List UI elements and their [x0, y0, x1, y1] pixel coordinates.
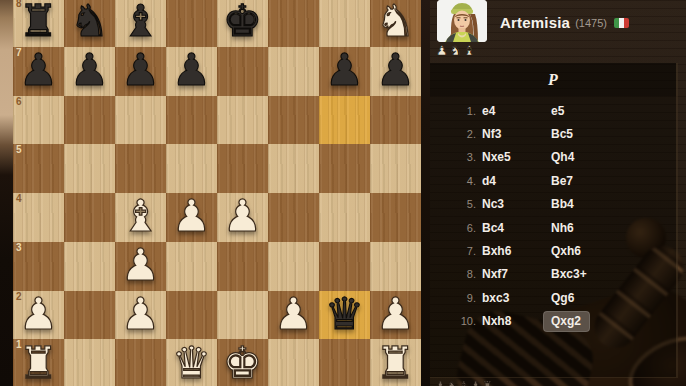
move-row-1: 1.e4e5: [430, 99, 676, 122]
white-move[interactable]: e4: [476, 104, 545, 118]
piece-black-knight[interactable]: ♞: [70, 0, 109, 43]
black-move[interactable]: Qxh6: [545, 244, 676, 258]
move-rows: 1.e4e52.Nf3Bc53.Nxe5Qh44.d4Be75.Nc3Bb46.…: [430, 96, 676, 333]
piece-black-queen[interactable]: ♛: [325, 292, 364, 336]
white-move[interactable]: Bxh6: [476, 244, 545, 258]
move-number: 2.: [430, 128, 476, 140]
piece-white-pawn[interactable]: ♟: [121, 243, 160, 287]
square-f2[interactable]: ♟: [268, 291, 319, 340]
piece-white-rook[interactable]: ♜: [19, 341, 58, 385]
square-f3[interactable]: [268, 242, 319, 291]
square-h4[interactable]: [370, 193, 421, 242]
square-a1[interactable]: 1♜: [13, 339, 64, 386]
square-e8[interactable]: ♚: [217, 0, 268, 47]
square-g5[interactable]: [319, 144, 370, 193]
move-number: 10.: [430, 315, 476, 327]
piece-black-pawn[interactable]: ♟: [172, 48, 211, 92]
square-a4[interactable]: 4: [13, 193, 64, 242]
opponent-captured-pieces-cutoff: ♟♞♝♟♜: [435, 379, 494, 386]
white-move[interactable]: Nf3: [476, 127, 545, 141]
square-h8[interactable]: ♞: [370, 0, 421, 47]
square-c8[interactable]: ♝: [115, 0, 166, 47]
white-move[interactable]: Nc3: [476, 197, 545, 211]
move-row-10: 10.Nxh8Qxg2: [430, 310, 676, 333]
move-number: 6.: [430, 222, 476, 234]
move-list-header: P: [430, 63, 676, 96]
square-a2[interactable]: 2♟: [13, 291, 64, 340]
piece-white-knight[interactable]: ♞: [376, 0, 415, 43]
square-d1[interactable]: ♛: [166, 339, 217, 386]
square-e5[interactable]: [217, 144, 268, 193]
square-e3[interactable]: [217, 242, 268, 291]
move-row-6: 6.Bc4Nh6: [430, 216, 676, 239]
move-number: 1.: [430, 105, 476, 117]
square-c2[interactable]: ♟: [115, 291, 166, 340]
player-rating: (1475): [575, 17, 607, 29]
piece-white-pawn[interactable]: ♟: [376, 292, 415, 336]
piece-white-pawn[interactable]: ♟: [223, 194, 262, 238]
rank-label-6: 6: [16, 97, 22, 107]
white-move[interactable]: Nxe5: [476, 150, 545, 164]
white-move[interactable]: Nxh8: [476, 314, 545, 328]
square-h2[interactable]: ♟: [370, 291, 421, 340]
white-move[interactable]: bxc3: [476, 291, 545, 305]
white-move[interactable]: Nxf7: [476, 267, 545, 281]
black-move[interactable]: Bb4: [545, 197, 676, 211]
square-g7[interactable]: ♟: [319, 47, 370, 96]
black-move[interactable]: Qh4: [545, 150, 676, 164]
move-row-3: 3.Nxe5Qh4: [430, 146, 676, 169]
square-f5[interactable]: [268, 144, 319, 193]
square-d8[interactable]: [166, 0, 217, 47]
square-g4[interactable]: [319, 193, 370, 242]
piece-white-pawn[interactable]: ♟: [274, 292, 313, 336]
piece-white-pawn[interactable]: ♟: [19, 292, 58, 336]
square-d2[interactable]: [166, 291, 217, 340]
square-g1[interactable]: [319, 339, 370, 386]
square-d4[interactable]: ♟: [166, 193, 217, 242]
square-a6[interactable]: 6: [13, 96, 64, 145]
piece-black-bishop[interactable]: ♝: [121, 0, 160, 43]
move-number: 8.: [430, 268, 476, 280]
move-number: 7.: [430, 245, 476, 257]
black-move[interactable]: Bc5: [545, 127, 676, 141]
square-b7[interactable]: ♟: [64, 47, 115, 96]
background-photo-gap: [421, 0, 430, 386]
white-move[interactable]: Bc4: [476, 221, 545, 235]
piece-header-icon: P: [548, 72, 558, 88]
square-b5[interactable]: [64, 144, 115, 193]
square-f4[interactable]: [268, 193, 319, 242]
square-h7[interactable]: ♟: [370, 47, 421, 96]
white-move[interactable]: d4: [476, 174, 545, 188]
square-c7[interactable]: ♟: [115, 47, 166, 96]
square-e2[interactable]: [217, 291, 268, 340]
square-b1[interactable]: [64, 339, 115, 386]
move-number: 5.: [430, 198, 476, 210]
piece-black-pawn[interactable]: ♟: [70, 48, 109, 92]
square-c3[interactable]: ♟: [115, 242, 166, 291]
piece-black-king[interactable]: ♚: [223, 0, 262, 43]
square-a5[interactable]: 5: [13, 144, 64, 193]
move-row-7: 7.Bxh6Qxh6: [430, 239, 676, 262]
piece-black-pawn[interactable]: ♟: [325, 48, 364, 92]
move-row-9: 9.bxc3Qg6: [430, 286, 676, 309]
square-e1[interactable]: ♚: [217, 339, 268, 386]
move-row-5: 5.Nc3Bb4: [430, 193, 676, 216]
square-b3[interactable]: [64, 242, 115, 291]
captured-pieces-tray: ♟♞♝: [436, 43, 477, 58]
piece-white-rook[interactable]: ♜: [376, 341, 415, 385]
square-f8[interactable]: [268, 0, 319, 47]
piece-black-pawn[interactable]: ♟: [376, 48, 415, 92]
square-c6[interactable]: [115, 96, 166, 145]
square-e6[interactable]: [217, 96, 268, 145]
black-move[interactable]: Qxg2: [545, 314, 676, 328]
square-b6[interactable]: [64, 96, 115, 145]
move-number: 4.: [430, 175, 476, 187]
square-g8[interactable]: [319, 0, 370, 47]
player-info-row: Artemisia (1475): [500, 14, 629, 31]
square-d5[interactable]: [166, 144, 217, 193]
square-a7[interactable]: 7♟: [13, 47, 64, 96]
square-g3[interactable]: [319, 242, 370, 291]
selected-move-chip[interactable]: Qxg2: [543, 311, 590, 332]
piece-white-pawn[interactable]: ♟: [172, 194, 211, 238]
square-a3[interactable]: 3: [13, 242, 64, 291]
square-c5[interactable]: [115, 144, 166, 193]
piece-black-pawn[interactable]: ♟: [121, 48, 160, 92]
black-move[interactable]: Nh6: [545, 221, 676, 235]
square-g2[interactable]: ♛: [319, 291, 370, 340]
move-row-2: 2.Nf3Bc5: [430, 122, 676, 145]
move-row-8: 8.Nxf7Bxc3+: [430, 263, 676, 286]
square-f6[interactable]: [268, 96, 319, 145]
square-b2[interactable]: [64, 291, 115, 340]
square-c1[interactable]: [115, 339, 166, 386]
chess-board: 8♜♞♝♚♞7♟♟♟♟♟♟654♝♟♟3♟2♟♟♟♛♟1♜♛♚♜: [13, 0, 421, 386]
move-number: 3.: [430, 151, 476, 163]
black-move[interactable]: e5: [545, 104, 676, 118]
move-row-4: 4.d4Be7: [430, 169, 676, 192]
avatar-illustration: [437, 0, 487, 42]
piece-white-bishop[interactable]: ♝: [121, 194, 160, 238]
italy-flag-icon: [614, 18, 629, 28]
piece-white-pawn[interactable]: ♟: [121, 292, 160, 336]
square-d7[interactable]: ♟: [166, 47, 217, 96]
square-h1[interactable]: ♜: [370, 339, 421, 386]
square-f1[interactable]: [268, 339, 319, 386]
square-h6[interactable]: [370, 96, 421, 145]
black-move[interactable]: Qg6: [545, 291, 676, 305]
square-b4[interactable]: [64, 193, 115, 242]
side-panel: Artemisia (1475) ♟♞♝ P 1.e4e52.Nf3Bc53.N…: [430, 0, 686, 386]
square-d6[interactable]: [166, 96, 217, 145]
move-list: P 1.e4e52.Nf3Bc53.Nxe5Qh44.d4Be75.Nc3Bb4…: [430, 63, 678, 378]
rank-label-5: 5: [16, 145, 22, 155]
player-avatar[interactable]: [437, 0, 487, 42]
black-move[interactable]: Bxc3+: [545, 267, 676, 281]
black-move[interactable]: Be7: [545, 174, 676, 188]
square-e7[interactable]: [217, 47, 268, 96]
piece-white-king[interactable]: ♚: [223, 341, 262, 385]
square-b8[interactable]: ♞: [64, 0, 115, 47]
piece-white-queen[interactable]: ♛: [172, 341, 211, 385]
square-c4[interactable]: ♝: [115, 193, 166, 242]
square-f7[interactable]: [268, 47, 319, 96]
square-h3[interactable]: [370, 242, 421, 291]
app-window: 8♜♞♝♚♞7♟♟♟♟♟♟654♝♟♟3♟2♟♟♟♛♟1♜♛♚♜: [0, 0, 686, 386]
square-h5[interactable]: [370, 144, 421, 193]
piece-black-rook[interactable]: ♜: [19, 0, 58, 43]
square-a8[interactable]: 8♜: [13, 0, 64, 47]
rank-label-4: 4: [16, 194, 22, 204]
square-e4[interactable]: ♟: [217, 193, 268, 242]
move-number: 9.: [430, 292, 476, 304]
player-name: Artemisia: [500, 14, 570, 31]
piece-black-pawn[interactable]: ♟: [19, 48, 58, 92]
rank-label-3: 3: [16, 243, 22, 253]
background-photo-left-edge: [0, 0, 13, 386]
square-g6[interactable]: [319, 96, 370, 145]
square-d3[interactable]: [166, 242, 217, 291]
